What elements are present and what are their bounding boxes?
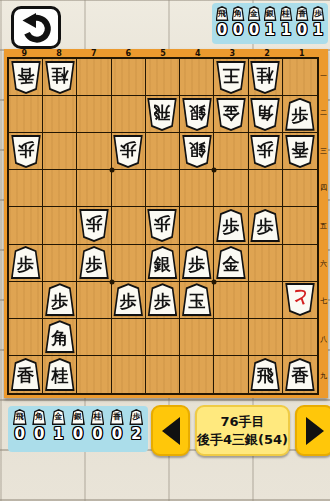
sente-captured-tray: 飛0角0金1銀0桂0香0歩2	[8, 406, 148, 452]
hand-piece-icon-桂: 桂	[90, 409, 104, 425]
hand-piece-kanji: 歩	[132, 413, 140, 421]
piece-kanji: 歩	[257, 218, 274, 235]
move-number: 76手目	[220, 413, 264, 431]
hand-piece-icon-角: 角	[232, 6, 245, 21]
square-5八[interactable]	[146, 319, 180, 356]
square-9八[interactable]	[9, 319, 43, 356]
piece-kanji: 桂	[51, 367, 68, 384]
square-6七[interactable]: 歩	[112, 282, 146, 319]
square-5五[interactable]: 歩	[146, 207, 180, 244]
gote-piece-香[interactable]: 香	[11, 61, 41, 94]
sente-piece-玉[interactable]: 玉	[182, 283, 212, 316]
sente-hand-香: 香0	[107, 409, 126, 451]
hand-piece-icon-金: 金	[248, 6, 261, 21]
piece-kanji: 玉	[188, 293, 205, 310]
square-8七[interactable]: 歩	[43, 282, 77, 319]
piece-kanji: 銀	[188, 104, 205, 121]
square-7六[interactable]: 歩	[77, 245, 111, 282]
sente-hand-歩: 歩2	[127, 409, 146, 451]
square-4一[interactable]	[180, 59, 214, 96]
rank-label-7: 七	[319, 282, 328, 320]
square-3一[interactable]: 王	[214, 59, 248, 96]
square-6二[interactable]	[112, 96, 146, 133]
gote-hand-count-飛: 0	[217, 21, 227, 39]
square-2七[interactable]	[249, 282, 283, 319]
square-1九[interactable]: 香	[283, 356, 317, 393]
hand-piece-icon-歩: 歩	[129, 409, 143, 425]
square-5三[interactable]	[146, 133, 180, 170]
gote-piece-角[interactable]: 角	[250, 98, 280, 131]
sente-piece-銀[interactable]: 銀	[147, 246, 177, 279]
rank-label-8: 八	[319, 320, 328, 358]
gote-hand-飛: 飛0	[214, 6, 230, 43]
piece-kanji: 飛	[154, 104, 171, 121]
square-4三[interactable]: 銀	[180, 133, 214, 170]
piece-kanji: 香	[291, 141, 308, 158]
gote-piece-歩[interactable]: 歩	[147, 209, 177, 242]
hand-piece-kanji: 桂	[93, 413, 101, 421]
sente-hand-count-金: 1	[53, 425, 63, 443]
piece-kanji: 歩	[51, 293, 68, 310]
sente-hand-桂: 桂0	[88, 409, 107, 451]
piece-kanji: 香	[17, 67, 34, 84]
square-4五[interactable]	[180, 207, 214, 244]
hand-piece-kanji: 角	[234, 10, 242, 18]
gote-piece-歩[interactable]: 歩	[250, 135, 280, 168]
piece-kanji: 歩	[120, 141, 137, 158]
gote-piece-歩[interactable]: 歩	[79, 209, 109, 242]
hoshi-dot	[212, 279, 217, 284]
square-4七[interactable]: 玉	[180, 282, 214, 319]
square-8六[interactable]	[43, 245, 77, 282]
square-2四[interactable]	[249, 170, 283, 207]
square-2五[interactable]: 歩	[249, 207, 283, 244]
square-2二[interactable]: 角	[249, 96, 283, 133]
hand-piece-kanji: 金	[250, 10, 258, 18]
square-4八[interactable]	[180, 319, 214, 356]
square-1七[interactable]: と	[283, 282, 317, 319]
square-2一[interactable]: 桂	[249, 59, 283, 96]
sente-piece-香[interactable]: 香	[11, 358, 41, 391]
square-9七[interactable]	[9, 282, 43, 319]
gote-piece-歩[interactable]: 歩	[113, 135, 143, 168]
square-1六[interactable]	[283, 245, 317, 282]
rank-coordinates: 一二三四五六七八九	[319, 57, 328, 395]
piece-kanji: 歩	[257, 141, 274, 158]
piece-kanji: 金	[222, 256, 239, 273]
sente-piece-香[interactable]: 香	[285, 358, 315, 391]
square-9五[interactable]	[9, 207, 43, 244]
hand-piece-icon-角: 角	[32, 409, 46, 425]
sente-hand-count-飛: 0	[14, 425, 24, 443]
square-1八[interactable]	[283, 319, 317, 356]
gote-hand-count-桂: 1	[281, 21, 291, 39]
undo-arrow-icon	[18, 10, 54, 46]
right-triangle-icon	[306, 417, 324, 445]
square-1一[interactable]	[283, 59, 317, 96]
sente-piece-歩[interactable]: 歩	[11, 246, 41, 279]
move-navigation-bar: 76手目 後手4三銀(54)	[151, 405, 326, 456]
square-5七[interactable]: 歩	[146, 282, 180, 319]
square-8一[interactable]: 桂	[43, 59, 77, 96]
hand-piece-icon-香: 香	[296, 6, 309, 21]
gote-hand-角: 角0	[230, 6, 246, 43]
square-2六[interactable]	[249, 245, 283, 282]
piece-kanji: 歩	[120, 293, 137, 310]
hand-piece-icon-金: 金	[52, 409, 66, 425]
rank-label-6: 六	[319, 245, 328, 283]
hand-piece-kanji: 飛	[16, 413, 24, 421]
square-2九[interactable]: 飛	[249, 356, 283, 393]
hand-piece-kanji: 香	[298, 10, 306, 18]
rank-label-3: 三	[319, 132, 328, 170]
hand-piece-icon-飛: 飛	[216, 6, 229, 21]
previous-move-button[interactable]	[151, 405, 190, 456]
sente-hand-角: 角0	[29, 409, 48, 451]
square-6六[interactable]	[112, 245, 146, 282]
piece-kanji: 歩	[222, 218, 239, 235]
sente-piece-歩[interactable]: 歩	[45, 283, 75, 316]
hand-piece-icon-桂: 桂	[280, 6, 293, 21]
left-triangle-icon	[162, 417, 180, 445]
square-9二[interactable]	[9, 96, 43, 133]
rank-label-9: 九	[319, 357, 328, 395]
piece-kanji: 歩	[291, 107, 308, 124]
move-info-box: 76手目 後手4三銀(54)	[195, 405, 290, 456]
square-7四[interactable]	[77, 170, 111, 207]
undo-button[interactable]	[11, 6, 61, 49]
gote-piece-飛[interactable]: 飛	[147, 98, 177, 131]
piece-kanji: 銀	[154, 256, 171, 273]
sente-hand-銀: 銀0	[68, 409, 87, 451]
square-3七[interactable]	[214, 282, 248, 319]
square-1五[interactable]	[283, 207, 317, 244]
gote-piece-桂[interactable]: 桂	[250, 61, 280, 94]
sente-piece-歩[interactable]: 歩	[182, 246, 212, 279]
sente-piece-歩[interactable]: 歩	[250, 209, 280, 242]
hand-piece-kanji: 金	[55, 413, 63, 421]
piece-kanji: 歩	[86, 256, 103, 273]
rank-label-4: 四	[319, 170, 328, 208]
gote-piece-銀[interactable]: 銀	[182, 98, 212, 131]
shogi-app-screen: 飛0角0金0銀1桂1香0歩1 987654321 一二三四五六七八九 香桂王桂飛…	[0, 0, 330, 501]
gote-hand-香: 香0	[294, 6, 310, 43]
gote-piece-王[interactable]: 王	[216, 61, 246, 94]
hand-piece-kanji: 飛	[218, 10, 226, 18]
square-6四[interactable]	[112, 170, 146, 207]
hoshi-dot	[212, 168, 217, 173]
sente-hand-飛: 飛0	[10, 409, 29, 451]
sente-piece-金[interactable]: 金	[216, 246, 246, 279]
square-9九[interactable]: 香	[9, 356, 43, 393]
piece-kanji: 角	[257, 104, 274, 121]
square-4九[interactable]	[180, 356, 214, 393]
square-6五[interactable]	[112, 207, 146, 244]
piece-kanji: 歩	[154, 215, 171, 232]
sente-piece-歩[interactable]: 歩	[79, 246, 109, 279]
sente-piece-歩[interactable]: 歩	[147, 283, 177, 316]
rank-label-2: 二	[319, 95, 328, 133]
square-6三[interactable]: 歩	[112, 133, 146, 170]
square-1四[interactable]	[283, 170, 317, 207]
square-8二[interactable]	[43, 96, 77, 133]
square-4六[interactable]: 歩	[180, 245, 214, 282]
square-4四[interactable]	[180, 170, 214, 207]
sente-piece-歩[interactable]: 歩	[216, 209, 246, 242]
gote-hand-count-金: 0	[249, 21, 259, 39]
rank-label-5: 五	[319, 207, 328, 245]
gote-hand-歩: 歩1	[310, 6, 326, 43]
sente-hand-count-角: 0	[34, 425, 44, 443]
gote-hand-金: 金0	[246, 6, 262, 43]
piece-kanji: 歩	[17, 141, 34, 158]
piece-kanji: 飛	[257, 367, 274, 384]
sente-piece-歩[interactable]: 歩	[113, 283, 143, 316]
hand-piece-icon-銀: 銀	[264, 6, 277, 21]
sente-hand-count-桂: 0	[92, 425, 102, 443]
square-3五[interactable]: 歩	[214, 207, 248, 244]
square-3二[interactable]: 金	[214, 96, 248, 133]
piece-kanji: 歩	[188, 256, 205, 273]
square-7一[interactable]	[77, 59, 111, 96]
piece-kanji: 歩	[154, 293, 171, 310]
sente-piece-桂[interactable]: 桂	[45, 358, 75, 391]
square-8三[interactable]	[43, 133, 77, 170]
sente-hand-count-銀: 0	[73, 425, 83, 443]
hand-piece-icon-歩: 歩	[312, 6, 325, 21]
square-8五[interactable]	[43, 207, 77, 244]
piece-kanji: 桂	[51, 67, 68, 84]
gote-hand-count-銀: 1	[265, 21, 275, 39]
sente-hand-金: 金1	[49, 409, 68, 451]
square-8四[interactable]	[43, 170, 77, 207]
sente-piece-飛[interactable]: 飛	[250, 358, 280, 391]
hand-piece-icon-飛: 飛	[13, 409, 27, 425]
square-6一[interactable]	[112, 59, 146, 96]
gote-hand-count-歩: 1	[313, 21, 323, 39]
square-7五[interactable]: 歩	[77, 207, 111, 244]
piece-kanji: 香	[17, 367, 34, 384]
gote-captured-tray: 飛0角0金0銀1桂1香0歩1	[212, 3, 328, 44]
board-grid: 香桂王桂飛銀金角歩歩歩銀歩香歩歩歩歩歩歩銀歩金歩歩歩玉と角香桂飛香	[7, 57, 319, 395]
square-5六[interactable]: 銀	[146, 245, 180, 282]
square-3八[interactable]	[214, 319, 248, 356]
sente-piece-歩[interactable]: 歩	[285, 98, 315, 131]
square-9四[interactable]	[9, 170, 43, 207]
gote-hand-count-角: 0	[233, 21, 243, 39]
hand-piece-kanji: 銀	[74, 413, 82, 421]
gote-piece-桂[interactable]: 桂	[45, 61, 75, 94]
gote-hand-count-香: 0	[297, 21, 307, 39]
rank-label-1: 一	[319, 57, 328, 95]
square-9三[interactable]: 歩	[9, 133, 43, 170]
square-3四[interactable]	[214, 170, 248, 207]
hoshi-dot	[109, 168, 114, 173]
piece-kanji: 銀	[188, 141, 205, 158]
move-detail: 後手4三銀(54)	[197, 431, 288, 449]
gote-piece-香[interactable]: 香	[285, 135, 315, 168]
gote-hand-銀: 銀1	[262, 6, 278, 43]
square-8八[interactable]: 角	[43, 319, 77, 356]
sente-hand-count-歩: 2	[131, 425, 141, 443]
square-7二[interactable]	[77, 96, 111, 133]
square-9六[interactable]: 歩	[9, 245, 43, 282]
square-1三[interactable]: 香	[283, 133, 317, 170]
gote-piece-金[interactable]: 金	[216, 98, 246, 131]
square-9一[interactable]: 香	[9, 59, 43, 96]
square-3六[interactable]: 金	[214, 245, 248, 282]
hand-piece-kanji: 香	[113, 413, 121, 421]
square-5二[interactable]: 飛	[146, 96, 180, 133]
square-1二[interactable]: 歩	[283, 96, 317, 133]
square-5九[interactable]	[146, 356, 180, 393]
gote-piece-と[interactable]: と	[285, 283, 315, 316]
square-8九[interactable]: 桂	[43, 356, 77, 393]
piece-kanji: 歩	[17, 256, 34, 273]
piece-kanji: 香	[291, 367, 308, 384]
square-7三[interactable]	[77, 133, 111, 170]
hand-piece-kanji: 角	[35, 413, 43, 421]
square-2八[interactable]	[249, 319, 283, 356]
hoshi-dot	[109, 279, 114, 284]
square-7八[interactable]	[77, 319, 111, 356]
piece-kanji: 角	[51, 330, 68, 347]
square-5四[interactable]	[146, 170, 180, 207]
hand-piece-icon-香: 香	[110, 409, 124, 425]
square-2三[interactable]: 歩	[249, 133, 283, 170]
hand-piece-kanji: 銀	[266, 10, 274, 18]
square-4二[interactable]: 銀	[180, 96, 214, 133]
hand-piece-kanji: 桂	[282, 10, 290, 18]
hand-piece-kanji: 歩	[314, 10, 322, 18]
piece-kanji: 桂	[257, 67, 274, 84]
gote-piece-歩[interactable]: 歩	[11, 135, 41, 168]
next-move-button[interactable]	[295, 405, 330, 456]
piece-kanji: と	[291, 290, 308, 307]
sente-piece-角[interactable]: 角	[45, 320, 75, 353]
gote-hand-桂: 桂1	[278, 6, 294, 43]
square-6九[interactable]	[112, 356, 146, 393]
sente-hand-count-香: 0	[112, 425, 122, 443]
piece-kanji: 王	[222, 67, 239, 84]
square-3三[interactable]	[214, 133, 248, 170]
gote-piece-銀[interactable]: 銀	[182, 135, 212, 168]
piece-kanji: 金	[222, 104, 239, 121]
square-5一[interactable]	[146, 59, 180, 96]
square-6八[interactable]	[112, 319, 146, 356]
square-3九[interactable]	[214, 356, 248, 393]
piece-kanji: 歩	[86, 215, 103, 232]
square-7七[interactable]	[77, 282, 111, 319]
shogi-board: 987654321 一二三四五六七八九 香桂王桂飛銀金角歩歩歩銀歩香歩歩歩歩歩歩…	[4, 49, 328, 398]
square-7九[interactable]	[77, 356, 111, 393]
hand-piece-icon-銀: 銀	[71, 409, 85, 425]
